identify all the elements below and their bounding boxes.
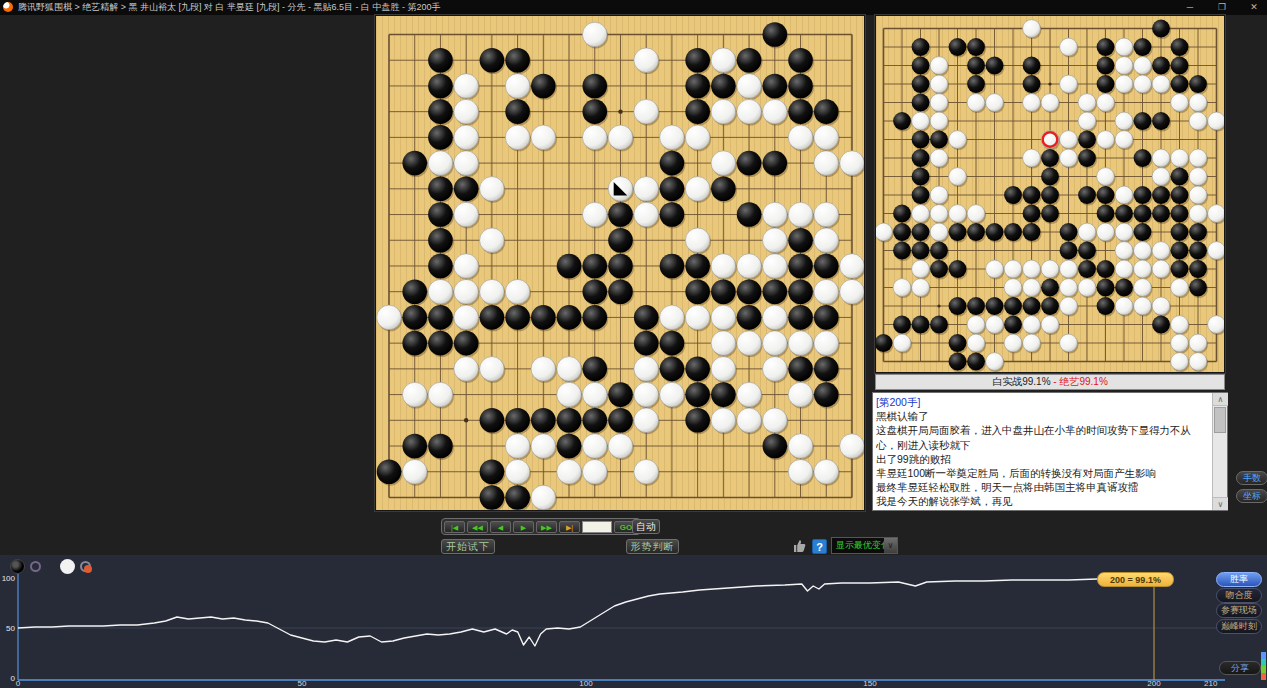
main-go-board[interactable]: [375, 15, 865, 511]
white-stone-8-7: [582, 202, 607, 227]
white-stone-8-16: [582, 434, 607, 459]
black-stone-9-9: [1041, 186, 1059, 204]
black-stone-2-1: [428, 48, 453, 73]
black-stone-7-9: [1004, 186, 1022, 204]
first-move-button[interactable]: |◀: [444, 521, 465, 533]
white-actual-winrate: 白实战99.1%: [992, 376, 1050, 387]
black-stone-12-14: [685, 382, 710, 407]
white-stone-10-3: [1060, 75, 1078, 93]
white-stone-8-4: [1023, 94, 1041, 112]
commentary-line: 芈昱廷100断一举奠定胜局，后面的转换没有对局面产生影响: [876, 466, 1210, 480]
white-stone-3-7: [930, 149, 948, 167]
black-stone-11-9: [660, 254, 685, 279]
black-stone-8-15: [1023, 297, 1041, 315]
white-stone-2-5: [912, 112, 930, 130]
white-stone-14-15: [1134, 297, 1152, 315]
live-scene-tab[interactable]: 参赛现场: [1216, 603, 1262, 618]
white-stone-4-6: [949, 131, 967, 149]
commentary-text: [第200手] 黑棋认输了这盘棋开局局面胶着，进入中盘井山在小芈的时间攻势下显得…: [876, 395, 1210, 508]
black-stone-5-18: [505, 485, 530, 510]
white-stone-3-3: [454, 99, 479, 124]
black-stone-9-7: [608, 202, 633, 227]
white-stone-10-17: [1060, 334, 1078, 352]
white-stone-16-4: [788, 125, 813, 150]
white-stone-16-17: [788, 459, 813, 484]
white-stone-8-17: [1023, 334, 1041, 352]
white-stone-14-3: [1134, 75, 1152, 93]
black-stone-9-15: [608, 408, 633, 433]
white-stone-10-1: [634, 48, 659, 73]
white-stone-9-13: [1041, 260, 1059, 278]
black-stone-12-3: [685, 99, 710, 124]
white-stone-9-16: [608, 434, 633, 459]
black-stone-15-16: [1152, 316, 1170, 334]
white-stone-18-16: [1208, 316, 1224, 334]
black-stone-0-17: [377, 459, 402, 484]
white-stone-3-3: [930, 75, 948, 93]
white-stone-2-10: [428, 279, 453, 304]
black-stone-8-11: [582, 305, 607, 330]
white-stone-3-9: [930, 186, 948, 204]
white-stone-8-0: [582, 22, 607, 47]
winrate-tab[interactable]: 胜率: [1216, 572, 1262, 587]
close-button[interactable]: ✕: [1240, 0, 1267, 15]
help-button[interactable]: ?: [812, 539, 827, 554]
ai-variation-board-grid: [876, 16, 1224, 372]
black-stone-11-6: [660, 177, 685, 202]
white-stone-8-14: [1023, 279, 1041, 297]
white-stone-17-18: [1189, 353, 1207, 371]
white-stone-1-14: [402, 382, 427, 407]
white-stone-5-4: [505, 125, 530, 150]
white-stone-10-13: [634, 357, 659, 382]
black-stone-12-13: [685, 357, 710, 382]
black-stone-14-7: [737, 202, 762, 227]
black-stone-12-14: [1097, 279, 1115, 297]
black-stone-12-9: [685, 254, 710, 279]
white-stone-3-11: [930, 223, 948, 241]
legend-black-stone-icon[interactable]: [10, 559, 25, 574]
black-stone-15-10: [763, 279, 788, 304]
white-stone-16-12: [788, 331, 813, 356]
white-stone-15-12: [763, 331, 788, 356]
white-stone-12-8: [1097, 168, 1115, 186]
black-stone-1-10: [893, 205, 911, 223]
white-stone-15-15: [1152, 297, 1170, 315]
black-stone-9-10: [1041, 205, 1059, 223]
black-stone-17-3: [814, 99, 839, 124]
black-stone-7-11: [1004, 223, 1022, 241]
white-stone-4-6: [480, 177, 505, 202]
white-stone-17-8: [814, 228, 839, 253]
black-stone-11-5: [660, 151, 685, 176]
black-stone-12-10: [1097, 205, 1115, 223]
white-stone-17-17: [1189, 334, 1207, 352]
black-stone-3-13: [930, 260, 948, 278]
white-stone-8-14: [582, 382, 607, 407]
white-stone-10-6: [1060, 131, 1078, 149]
white-stone-4-10: [480, 279, 505, 304]
black-stone-15-5: [1152, 112, 1170, 130]
winrate-chart-panel: 100500050100150200210 200 = 99.1% 胜率吻合度参…: [0, 555, 1267, 688]
white-stone-10-15: [634, 408, 659, 433]
black-stone-8-2: [582, 74, 607, 99]
white-stone-10-6: [634, 177, 659, 202]
black-stone-13-14: [711, 382, 736, 407]
black-stone-14-5: [737, 151, 762, 176]
white-stone-16-14: [1171, 279, 1189, 297]
winrate-summary-bar: 白实战99.1% - 绝艺99.1%: [875, 374, 1225, 390]
commentary-move-header: [第200手]: [876, 395, 1210, 409]
black-stone-16-12: [1171, 242, 1189, 260]
white-stone-15-15: [763, 408, 788, 433]
black-stone-2-3: [428, 99, 453, 124]
black-stone-2-7: [428, 202, 453, 227]
white-stone-6-18: [986, 353, 1004, 371]
black-stone-17-14: [1189, 279, 1207, 297]
white-stone-13-11: [711, 305, 736, 330]
black-stone-2-6: [428, 177, 453, 202]
white-stone-3-10: [454, 279, 479, 304]
white-stone-17-12: [814, 331, 839, 356]
white-stone-11-4: [1078, 94, 1096, 112]
scroll-down-icon[interactable]: ∨: [1213, 497, 1228, 510]
white-stone-10-3: [634, 99, 659, 124]
black-stone-9-10: [608, 279, 633, 304]
move-number-input[interactable]: [582, 521, 612, 533]
black-stone-12-9: [1097, 186, 1115, 204]
board-toggle-coordinates[interactable]: 坐标: [1236, 489, 1267, 503]
black-stone-4-1: [480, 48, 505, 73]
prev-move-button[interactable]: ◀: [490, 521, 511, 533]
white-stone-9-4: [608, 125, 633, 150]
current-move-tooltip: 200 = 99.1%: [1097, 572, 1174, 587]
black-stone-2-8: [912, 168, 930, 186]
black-stone-6-15: [531, 408, 556, 433]
black-stone-6-2: [531, 74, 556, 99]
white-stone-3-4: [930, 94, 948, 112]
black-stone-1-11: [402, 305, 427, 330]
black-stone-12-1: [1097, 38, 1115, 56]
black-stone-8-10: [1023, 205, 1041, 223]
peak-moment-tab[interactable]: 巅峰时刻: [1216, 619, 1262, 634]
black-stone-9-15: [1041, 297, 1059, 315]
white-stone-3-11: [454, 305, 479, 330]
black-stone-11-13: [1078, 260, 1096, 278]
white-stone-18-5: [840, 151, 864, 176]
share-button[interactable]: 分享: [1219, 661, 1261, 675]
black-stone-15-16: [763, 434, 788, 459]
white-stone-8-4: [582, 125, 607, 150]
black-stone-2-12: [912, 242, 930, 260]
window-title: 腾讯野狐围棋 > 绝艺精解 > 黑 井山裕太 [九段] 对 白 芈昱廷 [九段]…: [18, 0, 441, 15]
black-stone-17-11: [814, 305, 839, 330]
white-stone-10-7: [1060, 149, 1078, 167]
white-stone-11-11: [1078, 223, 1096, 241]
black-stone-2-11: [428, 305, 453, 330]
black-stone-14-7: [1134, 149, 1152, 167]
board-toggle-move-numbers[interactable]: 手数: [1236, 471, 1267, 485]
black-stone-8-9: [1023, 186, 1041, 204]
white-stone-18-5: [1208, 112, 1224, 130]
white-stone-16-4: [1171, 94, 1189, 112]
white-stone-6-4: [986, 94, 1004, 112]
white-stone-8-13: [1023, 260, 1041, 278]
black-stone-5-3: [967, 75, 985, 93]
black-stone-12-15: [685, 408, 710, 433]
black-stone-1-12: [402, 331, 427, 356]
white-stone-13-15: [711, 408, 736, 433]
white-stone-9-4: [1041, 94, 1059, 112]
white-stone-11-14: [660, 382, 685, 407]
white-stone-0-11: [876, 223, 892, 241]
position-judge-button[interactable]: 形势判断: [626, 539, 679, 554]
black-stone-11-7: [660, 202, 685, 227]
black-stone-8-10: [582, 279, 607, 304]
black-stone-9-9: [608, 254, 633, 279]
white-stone-2-10: [912, 205, 930, 223]
match-rate-tab[interactable]: 吻合度: [1216, 588, 1262, 603]
white-stone-11-4: [660, 125, 685, 150]
white-stone-2-5: [428, 151, 453, 176]
white-stone-17-4: [814, 125, 839, 150]
white-stone-13-13: [1115, 260, 1133, 278]
white-stone-4-13: [480, 357, 505, 382]
black-stone-14-11: [1134, 223, 1152, 241]
mini-color-strip[interactable]: [1261, 652, 1266, 680]
white-stone-17-7: [1189, 149, 1207, 167]
white-stone-3-13: [454, 357, 479, 382]
black-stone-4-15: [949, 297, 967, 315]
black-stone-17-9: [814, 254, 839, 279]
fast-forward-button[interactable]: ▶▶: [536, 521, 557, 533]
white-stone-13-1: [1115, 38, 1133, 56]
main-go-board-grid: [376, 16, 864, 510]
scroll-up-icon[interactable]: ∧: [1213, 393, 1228, 406]
black-stone-5-18: [967, 353, 985, 371]
white-stone-13-13: [711, 357, 736, 382]
minimize-button[interactable]: ─: [1176, 0, 1204, 15]
black-stone-2-11: [912, 223, 930, 241]
commentary-line: 这盘棋开局局面胶着，进入中盘井山在小芈的时间攻势下显得力不从心，刚进入读秒就下: [876, 423, 1210, 451]
white-stone-2-14: [912, 279, 930, 297]
black-stone-8-3: [1023, 75, 1041, 93]
black-stone-1-10: [402, 279, 427, 304]
white-stone-16-16: [1171, 316, 1189, 334]
black-stone-17-12: [1189, 242, 1207, 260]
white-stone-11-14: [1078, 279, 1096, 297]
black-stone-14-5: [1134, 112, 1152, 130]
white-stone-1-14: [893, 279, 911, 297]
black-stone-11-9: [1078, 186, 1096, 204]
commentary-line: 黑棋认输了: [876, 409, 1210, 423]
legend-orange-dot-icon[interactable]: [80, 561, 91, 572]
white-stone-12-6: [1097, 131, 1115, 149]
black-stone-4-18: [480, 485, 505, 510]
white-stone-12-11: [1097, 223, 1115, 241]
white-stone-11-11: [660, 305, 685, 330]
black-stone-14-1: [1134, 38, 1152, 56]
black-stone-15-2: [1152, 57, 1170, 75]
white-stone-16-7: [1171, 149, 1189, 167]
white-stone-13-12: [711, 331, 736, 356]
white-stone-18-10: [1208, 205, 1224, 223]
white-stone-15-8: [763, 228, 788, 253]
black-stone-12-3: [1097, 75, 1115, 93]
white-stone-13-1: [711, 48, 736, 73]
white-stone-14-3: [737, 99, 762, 124]
commentary-line: 出了99跳的败招: [876, 452, 1210, 466]
white-stone-14-14: [1134, 279, 1152, 297]
last-move-button[interactable]: ▶|: [559, 521, 580, 533]
black-stone-4-11: [949, 223, 967, 241]
chevron-down-icon: ∨: [884, 538, 897, 553]
white-stone-7-13: [557, 357, 582, 382]
black-stone-8-15: [582, 408, 607, 433]
black-stone-6-11: [531, 305, 556, 330]
start-trial-button[interactable]: 开始试下: [441, 539, 495, 554]
black-stone-15-0: [763, 22, 788, 47]
black-stone-17-14: [814, 382, 839, 407]
black-stone-16-8: [788, 228, 813, 253]
black-stone-8-13: [582, 357, 607, 382]
title-bar: 腾讯野狐围棋 > 绝艺精解 > 黑 井山裕太 [九段] 对 白 芈昱廷 [九段]…: [0, 0, 1267, 15]
white-stone-1-17: [402, 459, 427, 484]
white-stone-15-13: [1152, 260, 1170, 278]
next-move-button[interactable]: ▶: [513, 521, 534, 533]
black-stone-12-2: [685, 74, 710, 99]
black-stone-17-13: [814, 357, 839, 382]
white-stone-12-8: [685, 228, 710, 253]
black-stone-16-2: [1171, 57, 1189, 75]
white-stone-18-9: [840, 254, 864, 279]
commentary-line: 最终芈昱廷轻松取胜，明天一点将由韩国主将申真谞攻擂: [876, 480, 1210, 494]
black-stone-15-10: [1152, 205, 1170, 223]
black-stone-6-11: [986, 223, 1004, 241]
thumbs-up-icon[interactable]: [792, 537, 809, 554]
black-stone-11-13: [660, 357, 685, 382]
black-stone-14-9: [1134, 186, 1152, 204]
black-stone-8-11: [1023, 223, 1041, 241]
commentary-scrollbar[interactable]: ∧ ∨: [1212, 393, 1227, 510]
white-stone-17-17: [814, 459, 839, 484]
fast-rewind-button[interactable]: ◀◀: [467, 521, 488, 533]
white-stone-14-9: [737, 254, 762, 279]
white-stone-18-12: [1208, 242, 1224, 260]
black-stone-3-12: [930, 242, 948, 260]
white-stone-17-5: [1189, 112, 1207, 130]
svg-text:50: 50: [298, 679, 307, 688]
white-stone-17-4: [1189, 94, 1207, 112]
black-stone-5-11: [505, 305, 530, 330]
white-stone-15-7: [1152, 149, 1170, 167]
black-stone-12-2: [1097, 57, 1115, 75]
black-stone-15-9: [1152, 186, 1170, 204]
white-stone-2-13: [912, 260, 930, 278]
white-stone-3-7: [454, 202, 479, 227]
legend-dark-ring-icon[interactable]: [30, 561, 41, 572]
black-stone-2-4: [912, 94, 930, 112]
black-stone-16-1: [788, 48, 813, 73]
white-stone-3-9: [454, 254, 479, 279]
white-stone-3-2: [930, 57, 948, 75]
black-stone-1-16: [402, 434, 427, 459]
black-stone-2-2: [428, 74, 453, 99]
black-stone-13-10: [711, 279, 736, 304]
white-stone-14-14: [737, 382, 762, 407]
black-stone-4-15: [480, 408, 505, 433]
white-stone-15-7: [763, 202, 788, 227]
black-stone-1-11: [893, 223, 911, 241]
black-stone-17-11: [1189, 223, 1207, 241]
white-stone-10-13: [1060, 260, 1078, 278]
white-stone-13-6: [1115, 131, 1133, 149]
black-stone-5-15: [967, 297, 985, 315]
board-option-buttons: 手数坐标: [1236, 471, 1267, 507]
black-stone-5-3: [505, 99, 530, 124]
white-stone-13-3: [711, 99, 736, 124]
white-stone-17-10: [814, 279, 839, 304]
black-stone-2-3: [912, 75, 930, 93]
white-stone-12-6: [685, 177, 710, 202]
white-stone-5-17: [505, 459, 530, 484]
dropdown-selected-value: 显示最优变化: [836, 540, 890, 550]
black-stone-6-15: [986, 297, 1004, 315]
white-stone-8-17: [582, 459, 607, 484]
white-stone-12-11: [685, 305, 710, 330]
white-stone-10-14: [634, 382, 659, 407]
white-stone-6-18: [531, 485, 556, 510]
black-stone-16-13: [788, 357, 813, 382]
white-stone-16-7: [788, 202, 813, 227]
white-stone-3-5: [930, 112, 948, 130]
white-stone-5-10: [505, 279, 530, 304]
winrate-chart: 100500050100150200210: [0, 555, 1267, 688]
white-stone-17-5: [814, 151, 839, 176]
black-stone-4-17: [480, 459, 505, 484]
black-stone-3-6: [930, 131, 948, 149]
white-stone-16-16: [788, 434, 813, 459]
white-stone-7-13: [1004, 260, 1022, 278]
winrate-curve: [18, 579, 1154, 646]
white-stone-6-13: [531, 357, 556, 382]
white-stone-14-2: [737, 74, 762, 99]
white-stone-15-11: [763, 305, 788, 330]
black-stone-11-12: [1078, 242, 1096, 260]
white-stone-3-5: [454, 151, 479, 176]
black-stone-15-2: [763, 74, 788, 99]
black-stone-9-8: [608, 228, 633, 253]
auto-play-button[interactable]: 自动: [632, 519, 660, 534]
white-stone-13-2: [1115, 57, 1133, 75]
maximize-button[interactable]: ❐: [1208, 0, 1236, 15]
show-best-variation-dropdown[interactable]: 显示最优变化 ∨: [831, 537, 898, 554]
white-stone-14-15: [737, 408, 762, 433]
white-stone-4-8: [949, 168, 967, 186]
black-stone-11-7: [1078, 149, 1096, 167]
black-stone-8-9: [582, 254, 607, 279]
black-stone-16-1: [1171, 38, 1189, 56]
black-stone-13-6: [711, 177, 736, 202]
black-stone-3-6: [454, 177, 479, 202]
scrollbar-thumb[interactable]: [1214, 407, 1226, 433]
legend-white-stone-icon[interactable]: [60, 559, 75, 574]
chart-legend: [10, 559, 91, 574]
white-stone-5-10: [967, 205, 985, 223]
ai-variation-go-board[interactable]: [875, 15, 1225, 373]
white-stone-12-4: [1097, 94, 1115, 112]
svg-text:200: 200: [1147, 679, 1161, 688]
